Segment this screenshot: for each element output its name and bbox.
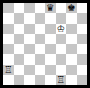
square-g4[interactable] bbox=[66, 44, 77, 54]
black-queen-e8: ♛ bbox=[46, 3, 55, 12]
square-b5[interactable] bbox=[14, 34, 25, 44]
square-h2[interactable] bbox=[77, 65, 88, 75]
square-b1[interactable] bbox=[14, 75, 25, 85]
square-a4[interactable] bbox=[3, 44, 14, 54]
square-c5[interactable] bbox=[24, 34, 35, 44]
square-c3[interactable] bbox=[24, 54, 35, 64]
square-b8[interactable] bbox=[14, 3, 25, 13]
square-d1[interactable] bbox=[35, 75, 46, 85]
white-king-f6: ♔ bbox=[56, 24, 65, 33]
square-f2[interactable] bbox=[56, 65, 67, 75]
square-h8[interactable] bbox=[77, 3, 88, 13]
square-d2[interactable] bbox=[35, 65, 46, 75]
square-b6[interactable] bbox=[14, 24, 25, 34]
square-f3[interactable] bbox=[56, 54, 67, 64]
square-f8[interactable] bbox=[56, 3, 67, 13]
square-g7[interactable] bbox=[66, 13, 77, 23]
square-c8[interactable] bbox=[24, 3, 35, 13]
white-rook-f1: ♖ bbox=[56, 75, 65, 84]
square-b2[interactable] bbox=[14, 65, 25, 75]
square-f4[interactable] bbox=[56, 44, 67, 54]
square-g2[interactable] bbox=[66, 65, 77, 75]
square-e4[interactable] bbox=[45, 44, 56, 54]
square-e5[interactable] bbox=[45, 34, 56, 44]
square-e8[interactable]: ♛ bbox=[45, 3, 56, 13]
square-f5[interactable] bbox=[56, 34, 67, 44]
square-d8[interactable] bbox=[35, 3, 46, 13]
square-c6[interactable] bbox=[24, 24, 35, 34]
square-h6[interactable] bbox=[77, 24, 88, 34]
square-d7[interactable] bbox=[35, 13, 46, 23]
square-g1[interactable] bbox=[66, 75, 77, 85]
square-a1[interactable] bbox=[3, 75, 14, 85]
square-d5[interactable] bbox=[35, 34, 46, 44]
square-a7[interactable] bbox=[3, 13, 14, 23]
square-b7[interactable] bbox=[14, 13, 25, 23]
square-f6[interactable]: ♔ bbox=[56, 24, 67, 34]
square-c4[interactable] bbox=[24, 44, 35, 54]
square-e7[interactable] bbox=[45, 13, 56, 23]
square-g3[interactable] bbox=[66, 54, 77, 64]
square-g6[interactable] bbox=[66, 24, 77, 34]
square-c1[interactable] bbox=[24, 75, 35, 85]
square-c2[interactable] bbox=[24, 65, 35, 75]
square-a6[interactable] bbox=[3, 24, 14, 34]
square-b3[interactable] bbox=[14, 54, 25, 64]
square-e3[interactable] bbox=[45, 54, 56, 64]
square-e1[interactable] bbox=[45, 75, 56, 85]
square-h7[interactable] bbox=[77, 13, 88, 23]
square-h5[interactable] bbox=[77, 34, 88, 44]
white-rook-a2: ♖ bbox=[4, 65, 13, 74]
square-f1[interactable]: ♖ bbox=[56, 75, 67, 85]
square-h1[interactable] bbox=[77, 75, 88, 85]
square-h3[interactable] bbox=[77, 54, 88, 64]
square-h4[interactable] bbox=[77, 44, 88, 54]
square-e6[interactable] bbox=[45, 24, 56, 34]
square-f7[interactable] bbox=[56, 13, 67, 23]
chess-board-frame: ♛♚♔♖♖ bbox=[0, 0, 90, 88]
black-king-g8: ♚ bbox=[67, 3, 76, 12]
square-a3[interactable] bbox=[3, 54, 14, 64]
square-a2[interactable]: ♖ bbox=[3, 65, 14, 75]
square-g8[interactable]: ♚ bbox=[66, 3, 77, 13]
chess-board: ♛♚♔♖♖ bbox=[3, 3, 87, 85]
square-c7[interactable] bbox=[24, 13, 35, 23]
square-b4[interactable] bbox=[14, 44, 25, 54]
square-d6[interactable] bbox=[35, 24, 46, 34]
square-a8[interactable] bbox=[3, 3, 14, 13]
square-a5[interactable] bbox=[3, 34, 14, 44]
square-g5[interactable] bbox=[66, 34, 77, 44]
square-e2[interactable] bbox=[45, 65, 56, 75]
square-d4[interactable] bbox=[35, 44, 46, 54]
square-d3[interactable] bbox=[35, 54, 46, 64]
